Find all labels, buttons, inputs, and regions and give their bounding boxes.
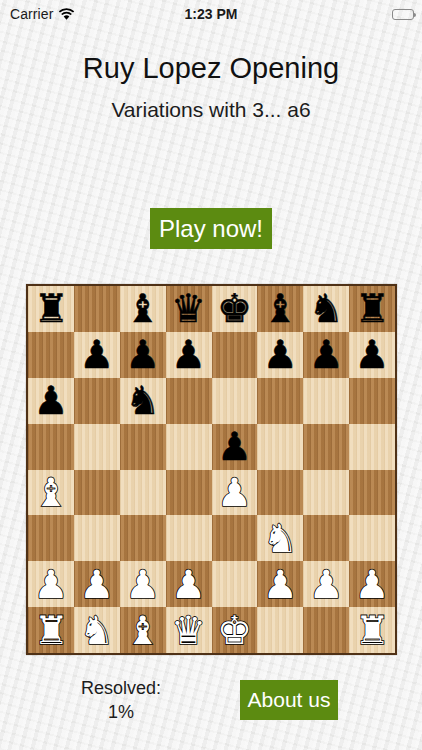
square-d7: ♟ bbox=[166, 332, 212, 378]
battery-icon bbox=[392, 9, 414, 20]
square-e4: ♟ bbox=[212, 470, 258, 516]
square-d2: ♟ bbox=[166, 561, 212, 607]
square-a3 bbox=[28, 515, 74, 561]
square-h7: ♟ bbox=[349, 332, 395, 378]
chess-board: ♜♝♛♚♝♞♜♟♟♟♟♟♟♟♞♟♝♟♞♟♟♟♟♟♟♟♜♞♝♛♚♜ bbox=[26, 284, 397, 655]
resolved-label: Resolved: bbox=[60, 676, 182, 700]
resolved-value: 1% bbox=[60, 700, 182, 724]
black-queen: ♛ bbox=[171, 289, 206, 328]
white-pawn: ♟ bbox=[79, 565, 114, 604]
square-h2: ♟ bbox=[349, 561, 395, 607]
square-f3: ♞ bbox=[257, 515, 303, 561]
square-a8: ♜ bbox=[28, 286, 74, 332]
square-b4 bbox=[74, 470, 120, 516]
white-rook: ♜ bbox=[355, 611, 390, 650]
white-pawn: ♟ bbox=[33, 565, 68, 604]
square-h8: ♜ bbox=[349, 286, 395, 332]
square-a5 bbox=[28, 424, 74, 470]
white-king: ♚ bbox=[217, 611, 252, 650]
square-c2: ♟ bbox=[120, 561, 166, 607]
square-b5 bbox=[74, 424, 120, 470]
square-h1: ♜ bbox=[349, 607, 395, 653]
carrier-label: Carrier bbox=[10, 6, 53, 22]
square-g1 bbox=[303, 607, 349, 653]
square-g6 bbox=[303, 378, 349, 424]
square-h6 bbox=[349, 378, 395, 424]
white-pawn: ♟ bbox=[217, 473, 252, 512]
white-pawn: ♟ bbox=[263, 565, 298, 604]
square-b6 bbox=[74, 378, 120, 424]
black-pawn: ♟ bbox=[263, 335, 298, 374]
square-g5 bbox=[303, 424, 349, 470]
square-a1: ♜ bbox=[28, 607, 74, 653]
wifi-icon bbox=[58, 8, 75, 21]
square-c3 bbox=[120, 515, 166, 561]
square-b1: ♞ bbox=[74, 607, 120, 653]
black-knight: ♞ bbox=[125, 381, 160, 420]
black-pawn: ♟ bbox=[355, 335, 390, 374]
black-rook: ♜ bbox=[355, 289, 390, 328]
white-knight: ♞ bbox=[263, 519, 298, 558]
square-b3 bbox=[74, 515, 120, 561]
square-g4 bbox=[303, 470, 349, 516]
black-rook: ♜ bbox=[33, 289, 68, 328]
square-d4 bbox=[166, 470, 212, 516]
square-d1: ♛ bbox=[166, 607, 212, 653]
square-g2: ♟ bbox=[303, 561, 349, 607]
square-f4 bbox=[257, 470, 303, 516]
square-f8: ♝ bbox=[257, 286, 303, 332]
page-subtitle: Variations with 3... a6 bbox=[0, 98, 422, 122]
black-pawn: ♟ bbox=[217, 427, 252, 466]
square-g3 bbox=[303, 515, 349, 561]
black-bishop: ♝ bbox=[263, 289, 298, 328]
square-a2: ♟ bbox=[28, 561, 74, 607]
square-c6: ♞ bbox=[120, 378, 166, 424]
square-e1: ♚ bbox=[212, 607, 258, 653]
square-a6: ♟ bbox=[28, 378, 74, 424]
status-bar: Carrier 1:23 PM bbox=[0, 0, 422, 24]
square-b8 bbox=[74, 286, 120, 332]
square-f2: ♟ bbox=[257, 561, 303, 607]
square-e5: ♟ bbox=[212, 424, 258, 470]
square-c1: ♝ bbox=[120, 607, 166, 653]
square-c8: ♝ bbox=[120, 286, 166, 332]
square-c5 bbox=[120, 424, 166, 470]
black-pawn: ♟ bbox=[33, 381, 68, 420]
black-bishop: ♝ bbox=[125, 289, 160, 328]
white-pawn: ♟ bbox=[309, 565, 344, 604]
square-e8: ♚ bbox=[212, 286, 258, 332]
square-c7: ♟ bbox=[120, 332, 166, 378]
play-now-button[interactable]: Play now! bbox=[150, 208, 272, 249]
black-pawn: ♟ bbox=[309, 335, 344, 374]
square-f6 bbox=[257, 378, 303, 424]
square-e3 bbox=[212, 515, 258, 561]
square-b2: ♟ bbox=[74, 561, 120, 607]
square-d3 bbox=[166, 515, 212, 561]
black-pawn: ♟ bbox=[79, 335, 114, 374]
black-knight: ♞ bbox=[309, 289, 344, 328]
white-knight: ♞ bbox=[79, 611, 114, 650]
square-a4: ♝ bbox=[28, 470, 74, 516]
square-h3 bbox=[349, 515, 395, 561]
square-f5 bbox=[257, 424, 303, 470]
about-us-button[interactable]: About us bbox=[240, 680, 338, 720]
square-e6 bbox=[212, 378, 258, 424]
square-h5 bbox=[349, 424, 395, 470]
square-b7: ♟ bbox=[74, 332, 120, 378]
square-e2 bbox=[212, 561, 258, 607]
white-pawn: ♟ bbox=[171, 565, 206, 604]
white-bishop: ♝ bbox=[33, 473, 68, 512]
square-h4 bbox=[349, 470, 395, 516]
resolved-progress: Resolved: 1% bbox=[60, 676, 182, 724]
square-e7 bbox=[212, 332, 258, 378]
square-a7 bbox=[28, 332, 74, 378]
white-pawn: ♟ bbox=[355, 565, 390, 604]
white-pawn: ♟ bbox=[125, 565, 160, 604]
square-f1 bbox=[257, 607, 303, 653]
square-d6 bbox=[166, 378, 212, 424]
white-queen: ♛ bbox=[171, 611, 206, 650]
black-pawn: ♟ bbox=[171, 335, 206, 374]
page-title: Ruy Lopez Opening bbox=[0, 52, 422, 85]
square-f7: ♟ bbox=[257, 332, 303, 378]
square-c4 bbox=[120, 470, 166, 516]
white-rook: ♜ bbox=[33, 611, 68, 650]
black-king: ♚ bbox=[217, 289, 252, 328]
square-g7: ♟ bbox=[303, 332, 349, 378]
square-g8: ♞ bbox=[303, 286, 349, 332]
square-d5 bbox=[166, 424, 212, 470]
black-pawn: ♟ bbox=[125, 335, 160, 374]
square-d8: ♛ bbox=[166, 286, 212, 332]
white-bishop: ♝ bbox=[125, 611, 160, 650]
